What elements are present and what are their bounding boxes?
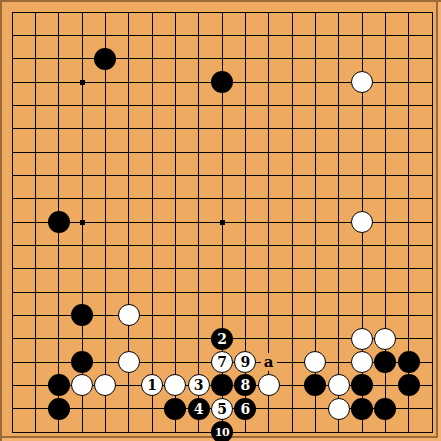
grid-line-horizontal xyxy=(12,245,433,246)
white-stone xyxy=(258,374,280,396)
move-number: 6 xyxy=(240,402,250,416)
black-stone xyxy=(351,374,373,396)
black-stone xyxy=(71,304,93,326)
black-stone xyxy=(374,351,396,373)
black-stone xyxy=(211,374,233,396)
black-stone xyxy=(48,211,70,233)
move-stone-8: 8 xyxy=(234,374,256,396)
white-stone xyxy=(328,374,350,396)
move-stone-3: 3 xyxy=(188,374,210,396)
black-stone xyxy=(211,71,233,93)
black-stone xyxy=(94,48,116,70)
move-stone-1: 1 xyxy=(141,374,163,396)
grid-line-horizontal xyxy=(12,268,433,269)
white-stone xyxy=(328,398,350,420)
black-stone xyxy=(48,398,70,420)
star-point xyxy=(80,80,85,85)
move-stone-6: 6 xyxy=(234,398,256,420)
grid-line-vertical xyxy=(432,12,433,433)
move-stone-10: 10 xyxy=(211,421,233,441)
white-stone xyxy=(118,304,140,326)
move-number: 4 xyxy=(194,402,204,416)
move-stone-4: 4 xyxy=(188,398,210,420)
white-stone xyxy=(164,374,186,396)
black-stone xyxy=(71,351,93,373)
move-stone-2: 2 xyxy=(211,328,233,350)
frame-edge-left xyxy=(0,0,2,441)
white-stone xyxy=(351,211,373,233)
grid-line-vertical xyxy=(292,12,293,433)
move-number: 2 xyxy=(217,332,227,346)
white-stone xyxy=(351,328,373,350)
move-stone-9: 9 xyxy=(234,351,256,373)
white-stone xyxy=(118,351,140,373)
move-number: 8 xyxy=(240,378,250,392)
move-number: 7 xyxy=(217,355,227,369)
white-stone xyxy=(351,71,373,93)
black-stone xyxy=(164,398,186,420)
star-point xyxy=(80,220,85,225)
black-stone xyxy=(374,398,396,420)
move-number: 3 xyxy=(194,378,204,392)
black-stone xyxy=(48,374,70,396)
white-stone xyxy=(374,328,396,350)
frame-edge-right xyxy=(436,2,438,438)
frame-edge-top xyxy=(0,0,441,2)
white-stone xyxy=(94,374,116,396)
go-board: 12345678910 a xyxy=(0,0,441,441)
black-stone xyxy=(398,374,420,396)
move-number: 10 xyxy=(215,427,229,438)
move-stone-5: 5 xyxy=(211,398,233,420)
white-stone xyxy=(71,374,93,396)
black-stone xyxy=(304,374,326,396)
grid-line-horizontal xyxy=(12,292,433,293)
move-number: 5 xyxy=(217,402,227,416)
star-point xyxy=(220,220,225,225)
move-number: 9 xyxy=(240,355,250,369)
white-stone xyxy=(304,351,326,373)
move-number: 1 xyxy=(147,378,157,392)
white-stone xyxy=(351,351,373,373)
black-stone xyxy=(398,351,420,373)
black-stone xyxy=(351,398,373,420)
grid-line-vertical xyxy=(338,12,339,433)
move-stone-7: 7 xyxy=(211,351,233,373)
board-label-a: a xyxy=(261,353,277,371)
